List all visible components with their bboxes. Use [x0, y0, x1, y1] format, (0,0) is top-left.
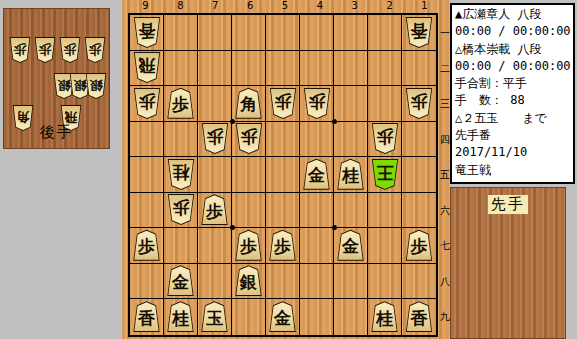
piece-body: 桂: [167, 301, 195, 332]
square-79[interactable]: 玉: [198, 299, 232, 335]
hoshi-dot: [332, 119, 337, 124]
square-21[interactable]: [368, 15, 402, 51]
file-label: 5: [268, 0, 303, 13]
square-66[interactable]: [232, 193, 266, 229]
piece-kanji: 香: [406, 302, 432, 331]
square-43[interactable]: 歩: [300, 86, 334, 122]
piece-body: 金: [337, 230, 365, 261]
square-76[interactable]: 歩: [198, 193, 232, 229]
square-88[interactable]: 金: [164, 264, 198, 300]
piece-body: 歩: [269, 230, 297, 261]
piece-body: 歩: [167, 194, 195, 225]
square-29[interactable]: 桂: [368, 299, 402, 335]
piece-桂-sente[interactable]: 桂: [167, 301, 195, 332]
square-23[interactable]: [368, 86, 402, 122]
square-75[interactable]: [198, 157, 232, 193]
square-54[interactable]: [266, 122, 300, 158]
piece-金-sente[interactable]: 金: [269, 301, 297, 332]
square-17[interactable]: 歩: [402, 228, 436, 264]
shogi-app: 歩歩歩歩 銀銀銀 角飛 後手 987654321 一二三四五六七八九 香香飛歩歩…: [0, 0, 577, 339]
piece-角-sente[interactable]: 角: [235, 88, 263, 119]
piece-kanji: 金: [304, 160, 330, 189]
piece-香-gote[interactable]: 香: [405, 17, 433, 48]
piece-歩-gote[interactable]: 歩: [405, 88, 433, 119]
piece-kanji: 飛: [134, 53, 160, 82]
square-28[interactable]: [368, 264, 402, 300]
square-47[interactable]: [300, 228, 334, 264]
square-48[interactable]: [300, 264, 334, 300]
file-label: 8: [163, 0, 198, 13]
square-65[interactable]: [232, 157, 266, 193]
sente-label: 先手: [488, 195, 528, 214]
piece-body: 金: [167, 265, 195, 296]
piece-kanji: 歩: [10, 38, 30, 62]
square-26[interactable]: [368, 193, 402, 229]
piece-kanji: 王: [372, 160, 398, 189]
square-14[interactable]: [402, 122, 436, 158]
piece-kanji: 歩: [406, 231, 432, 260]
square-99[interactable]: 香: [130, 299, 164, 335]
piece-香-sente[interactable]: 香: [133, 301, 161, 332]
piece-body: 歩: [133, 230, 161, 261]
square-15[interactable]: [402, 157, 436, 193]
piece-歩-gote[interactable]: 歩: [371, 123, 399, 154]
piece-kanji: 桂: [168, 160, 194, 189]
square-57[interactable]: 歩: [266, 228, 300, 264]
piece-body: 歩: [167, 88, 195, 119]
piece-玉-sente[interactable]: 玉: [201, 301, 229, 332]
hoshi-dot: [230, 225, 235, 230]
piece-body: 歩: [303, 88, 331, 119]
square-12[interactable]: [402, 51, 436, 87]
square-35[interactable]: 桂: [334, 157, 368, 193]
last-move-line: △２五玉 まで: [455, 110, 570, 127]
square-39[interactable]: [334, 299, 368, 335]
piece-kanji: 香: [134, 18, 160, 47]
piece-body: 歩: [235, 123, 263, 154]
piece-body: 桂: [337, 159, 365, 190]
turn-indicator: 先手番: [455, 127, 570, 144]
piece-香-gote[interactable]: 香: [133, 17, 161, 48]
square-81[interactable]: [164, 15, 198, 51]
piece-body: 玉: [201, 301, 229, 332]
square-77[interactable]: [198, 228, 232, 264]
square-69[interactable]: [232, 299, 266, 335]
gote-hand-silver-row: 銀銀銀: [53, 73, 107, 99]
square-67[interactable]: 歩: [232, 228, 266, 264]
piece-body: 金: [303, 159, 331, 190]
piece-歩-gote[interactable]: 歩: [9, 37, 31, 63]
piece-body: 銀: [235, 265, 263, 296]
square-73[interactable]: [198, 86, 232, 122]
tournament-name: 竜王戦: [455, 162, 570, 179]
sente-player-time: 00:00 / 00:00:00: [455, 23, 570, 40]
square-51[interactable]: [266, 15, 300, 51]
piece-body: 香: [405, 301, 433, 332]
piece-kanji: 歩: [134, 89, 160, 118]
piece-body: 歩: [269, 88, 297, 119]
piece-歩-gote[interactable]: 歩: [34, 37, 56, 63]
gote-player-time: 00:00 / 00:00:00: [455, 58, 570, 75]
square-93[interactable]: 歩: [130, 86, 164, 122]
piece-kanji: 桂: [168, 302, 194, 331]
piece-body: 歩: [59, 37, 81, 63]
hoshi-dot: [332, 225, 337, 230]
square-33[interactable]: [334, 86, 368, 122]
piece-銀-gote[interactable]: 銀: [85, 73, 107, 99]
piece-kanji: 歩: [406, 89, 432, 118]
piece-body: 歩: [133, 88, 161, 119]
file-label: 4: [302, 0, 337, 13]
square-45[interactable]: 金: [300, 157, 334, 193]
square-94[interactable]: [130, 122, 164, 158]
piece-kanji: 歩: [60, 38, 80, 62]
piece-kanji: 銀: [236, 266, 262, 295]
piece-body: 飛: [133, 52, 161, 83]
piece-body: 歩: [201, 123, 229, 154]
file-label: 6: [233, 0, 268, 13]
square-42[interactable]: [300, 51, 334, 87]
gote-player-name: △橋本崇載 八段: [455, 41, 570, 58]
square-74[interactable]: 歩: [198, 122, 232, 158]
square-55[interactable]: [266, 157, 300, 193]
piece-kanji: 歩: [35, 38, 55, 62]
square-71[interactable]: [198, 15, 232, 51]
piece-歩-gote[interactable]: 歩: [269, 88, 297, 119]
square-46[interactable]: [300, 193, 334, 229]
square-52[interactable]: [266, 51, 300, 87]
piece-kanji: 歩: [270, 231, 296, 260]
square-86[interactable]: 歩: [164, 193, 198, 229]
square-92[interactable]: 飛: [130, 51, 164, 87]
square-89[interactable]: 桂: [164, 299, 198, 335]
square-13[interactable]: 歩: [402, 86, 436, 122]
board-wood-panel: 987654321 一二三四五六七八九 香香飛歩歩角歩歩歩歩歩歩桂金桂王歩歩歩歩…: [122, 0, 450, 339]
piece-歩-sente[interactable]: 歩: [269, 230, 297, 261]
piece-kanji: 歩: [304, 89, 330, 118]
piece-金-sente[interactable]: 金: [303, 159, 331, 190]
piece-歩-gote[interactable]: 歩: [59, 37, 81, 63]
square-56[interactable]: [266, 193, 300, 229]
piece-body: 歩: [9, 37, 31, 63]
piece-kanji: 角: [236, 89, 262, 118]
piece-body: 歩: [201, 194, 229, 225]
square-62[interactable]: [232, 51, 266, 87]
piece-body: 香: [405, 17, 433, 48]
piece-銀-sente[interactable]: 銀: [235, 265, 263, 296]
piece-桂-sente[interactable]: 桂: [371, 301, 399, 332]
square-18[interactable]: [402, 264, 436, 300]
square-91[interactable]: 香: [130, 15, 164, 51]
piece-body: 金: [269, 301, 297, 332]
piece-歩-sente[interactable]: 歩: [167, 88, 195, 119]
file-label: 3: [337, 0, 372, 13]
square-83[interactable]: 歩: [164, 86, 198, 122]
file-label: 9: [128, 0, 163, 13]
square-16[interactable]: [402, 193, 436, 229]
piece-body: 香: [133, 17, 161, 48]
piece-kanji: 歩: [168, 195, 194, 224]
piece-歩-sente[interactable]: 歩: [133, 230, 161, 261]
handicap-line: 手合割：平手: [455, 75, 570, 92]
square-36[interactable]: [334, 193, 368, 229]
square-53[interactable]: 歩: [266, 86, 300, 122]
piece-kanji: 香: [406, 18, 432, 47]
square-44[interactable]: [300, 122, 334, 158]
piece-kanji: 歩: [236, 231, 262, 260]
square-98[interactable]: [130, 264, 164, 300]
square-11[interactable]: 香: [402, 15, 436, 51]
info-panel: ▲広瀬章人 八段 00:00 / 00:00:00 △橋本崇載 八段 00:00…: [450, 3, 575, 184]
square-82[interactable]: [164, 51, 198, 87]
square-19[interactable]: 香: [402, 299, 436, 335]
square-49[interactable]: [300, 299, 334, 335]
piece-kanji: 歩: [202, 124, 228, 153]
piece-歩-gote[interactable]: 歩: [84, 37, 106, 63]
file-label: 2: [372, 0, 407, 13]
square-72[interactable]: [198, 51, 232, 87]
file-label: 1: [407, 0, 442, 13]
piece-body: 歩: [235, 230, 263, 261]
piece-王-gote[interactable]: 王: [371, 159, 399, 190]
piece-金-sente[interactable]: 金: [337, 230, 365, 261]
file-coordinates: 987654321: [128, 0, 442, 13]
square-27[interactable]: [368, 228, 402, 264]
piece-body: 角: [235, 88, 263, 119]
piece-桂-sente[interactable]: 桂: [337, 159, 365, 190]
piece-kanji: 金: [270, 302, 296, 331]
piece-歩-sente[interactable]: 歩: [235, 230, 263, 261]
square-37[interactable]: 金: [334, 228, 368, 264]
piece-歩-gote[interactable]: 歩: [167, 194, 195, 225]
sente-hand-tray: 先手: [450, 187, 566, 339]
piece-body: 歩: [34, 37, 56, 63]
piece-歩-sente[interactable]: 歩: [201, 194, 229, 225]
square-78[interactable]: [198, 264, 232, 300]
piece-kanji: 玉: [202, 302, 228, 331]
square-84[interactable]: [164, 122, 198, 158]
square-24[interactable]: 歩: [368, 122, 402, 158]
piece-歩-sente[interactable]: 歩: [405, 230, 433, 261]
square-34[interactable]: [334, 122, 368, 158]
piece-kanji: 歩: [202, 195, 228, 224]
gote-hand-pawn-row: 歩歩歩歩: [9, 37, 106, 63]
piece-kanji: 香: [134, 302, 160, 331]
piece-kanji: 金: [338, 231, 364, 260]
piece-body: 歩: [84, 37, 106, 63]
game-date: 2017/11/10: [455, 144, 570, 161]
square-95[interactable]: [130, 157, 164, 193]
sente-player-name: ▲広瀬章人 八段: [455, 6, 570, 23]
piece-body: 銀: [85, 73, 107, 99]
piece-kanji: 歩: [270, 89, 296, 118]
piece-香-sente[interactable]: 香: [405, 301, 433, 332]
piece-飛-gote[interactable]: 飛: [133, 52, 161, 83]
move-count-line: 手 数： 88: [455, 92, 570, 109]
shogi-board: 香香飛歩歩角歩歩歩歩歩歩桂金桂王歩歩歩歩歩金歩金銀香桂玉金桂香: [128, 13, 438, 337]
square-41[interactable]: [300, 15, 334, 51]
square-25[interactable]: 王: [368, 157, 402, 193]
piece-歩-gote[interactable]: 歩: [235, 123, 263, 154]
piece-kanji: 歩: [168, 89, 194, 118]
square-31[interactable]: [334, 15, 368, 51]
piece-body: 香: [133, 301, 161, 332]
gote-label: 後手: [4, 123, 109, 142]
square-22[interactable]: [368, 51, 402, 87]
file-label: 7: [198, 0, 233, 13]
hoshi-dot: [230, 119, 235, 124]
piece-kanji: 歩: [372, 124, 398, 153]
square-61[interactable]: [232, 15, 266, 51]
piece-kanji: 歩: [85, 38, 105, 62]
piece-body: 歩: [371, 123, 399, 154]
piece-kanji: 桂: [372, 302, 398, 331]
piece-kanji: 歩: [134, 231, 160, 260]
square-64[interactable]: 歩: [232, 122, 266, 158]
piece-body: 歩: [405, 88, 433, 119]
square-68[interactable]: 銀: [232, 264, 266, 300]
square-63[interactable]: 角: [232, 86, 266, 122]
piece-body: 歩: [405, 230, 433, 261]
piece-kanji: 歩: [236, 124, 262, 153]
piece-歩-gote[interactable]: 歩: [133, 88, 161, 119]
square-87[interactable]: [164, 228, 198, 264]
piece-歩-gote[interactable]: 歩: [201, 123, 229, 154]
square-32[interactable]: [334, 51, 368, 87]
square-85[interactable]: 桂: [164, 157, 198, 193]
square-97[interactable]: 歩: [130, 228, 164, 264]
piece-kanji: 銀: [86, 74, 106, 98]
gote-hand-tray: 歩歩歩歩 銀銀銀 角飛 後手: [3, 8, 110, 149]
piece-body: 王: [371, 159, 399, 190]
square-96[interactable]: [130, 193, 164, 229]
piece-kanji: 桂: [338, 160, 364, 189]
square-38[interactable]: [334, 264, 368, 300]
piece-金-sente[interactable]: 金: [167, 265, 195, 296]
piece-body: 桂: [371, 301, 399, 332]
piece-body: 桂: [167, 159, 195, 190]
piece-kanji: 金: [168, 266, 194, 295]
square-59[interactable]: 金: [266, 299, 300, 335]
piece-桂-gote[interactable]: 桂: [167, 159, 195, 190]
square-58[interactable]: [266, 264, 300, 300]
piece-歩-gote[interactable]: 歩: [303, 88, 331, 119]
